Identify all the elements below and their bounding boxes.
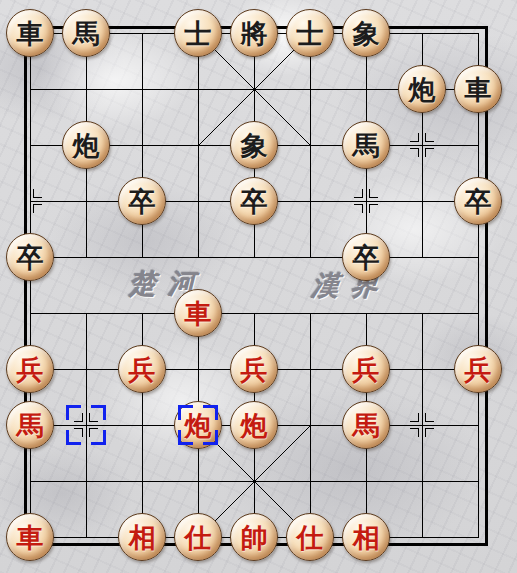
piece-black-horse[interactable]: 馬: [62, 9, 110, 57]
piece-glyph: 車: [17, 20, 44, 47]
piece-glyph: 將: [241, 20, 268, 47]
piece-black-advisor[interactable]: 士: [174, 9, 222, 57]
piece-black-soldier[interactable]: 卒: [454, 177, 502, 225]
piece-black-soldier[interactable]: 卒: [6, 233, 54, 281]
piece-red-soldier[interactable]: 兵: [342, 345, 390, 393]
piece-black-chariot[interactable]: 車: [454, 65, 502, 113]
piece-glyph: 馬: [73, 20, 100, 47]
piece-glyph: 卒: [465, 188, 492, 215]
piece-black-soldier[interactable]: 卒: [230, 177, 278, 225]
piece-glyph: 仕: [297, 524, 324, 551]
piece-red-advisor[interactable]: 仕: [174, 513, 222, 561]
piece-glyph: 象: [241, 132, 268, 159]
piece-glyph: 馬: [17, 412, 44, 439]
piece-red-elephant[interactable]: 相: [118, 513, 166, 561]
piece-glyph: 兵: [17, 356, 44, 383]
piece-glyph: 炮: [185, 412, 212, 439]
piece-red-general[interactable]: 帥: [230, 513, 278, 561]
piece-glyph: 象: [353, 20, 380, 47]
piece-glyph: 炮: [241, 412, 268, 439]
piece-red-advisor[interactable]: 仕: [286, 513, 334, 561]
piece-glyph: 馬: [353, 412, 380, 439]
piece-glyph: 士: [185, 20, 212, 47]
piece-black-cannon[interactable]: 炮: [398, 65, 446, 113]
piece-red-chariot[interactable]: 車: [6, 513, 54, 561]
piece-glyph: 兵: [353, 356, 380, 383]
piece-red-elephant[interactable]: 相: [342, 513, 390, 561]
piece-glyph: 兵: [465, 356, 492, 383]
piece-black-elephant[interactable]: 象: [342, 9, 390, 57]
piece-glyph: 士: [297, 20, 324, 47]
piece-glyph: 車: [17, 524, 44, 551]
piece-black-advisor[interactable]: 士: [286, 9, 334, 57]
piece-black-general[interactable]: 將: [230, 9, 278, 57]
piece-black-horse[interactable]: 馬: [342, 121, 390, 169]
piece-glyph: 車: [185, 300, 212, 327]
xiangqi-board[interactable]: 楚河 漢界 車馬士將士象炮車炮象馬卒卒卒卒卒車兵兵兵兵兵馬炮炮馬車相仕帥仕相: [0, 0, 517, 573]
piece-glyph: 相: [353, 524, 380, 551]
piece-glyph: 兵: [129, 356, 156, 383]
piece-grid: 車馬士將士象炮車炮象馬卒卒卒卒卒車兵兵兵兵兵馬炮炮馬車相仕帥仕相: [2, 5, 506, 565]
piece-red-horse[interactable]: 馬: [6, 401, 54, 449]
piece-black-elephant[interactable]: 象: [230, 121, 278, 169]
piece-red-soldier[interactable]: 兵: [118, 345, 166, 393]
piece-glyph: 炮: [73, 132, 100, 159]
piece-glyph: 炮: [409, 76, 436, 103]
piece-black-chariot[interactable]: 車: [6, 9, 54, 57]
piece-red-soldier[interactable]: 兵: [230, 345, 278, 393]
piece-glyph: 卒: [241, 188, 268, 215]
piece-black-soldier[interactable]: 卒: [342, 233, 390, 281]
piece-red-soldier[interactable]: 兵: [6, 345, 54, 393]
piece-glyph: 卒: [17, 244, 44, 271]
piece-glyph: 兵: [241, 356, 268, 383]
piece-black-cannon[interactable]: 炮: [62, 121, 110, 169]
piece-glyph: 仕: [185, 524, 212, 551]
piece-glyph: 相: [129, 524, 156, 551]
piece-black-soldier[interactable]: 卒: [118, 177, 166, 225]
piece-glyph: 卒: [353, 244, 380, 271]
piece-glyph: 馬: [353, 132, 380, 159]
piece-red-chariot[interactable]: 車: [174, 289, 222, 337]
piece-red-horse[interactable]: 馬: [342, 401, 390, 449]
piece-red-cannon[interactable]: 炮: [230, 401, 278, 449]
piece-glyph: 卒: [129, 188, 156, 215]
piece-red-cannon[interactable]: 炮: [174, 401, 222, 449]
piece-red-soldier[interactable]: 兵: [454, 345, 502, 393]
piece-glyph: 車: [465, 76, 492, 103]
piece-glyph: 帥: [241, 524, 268, 551]
